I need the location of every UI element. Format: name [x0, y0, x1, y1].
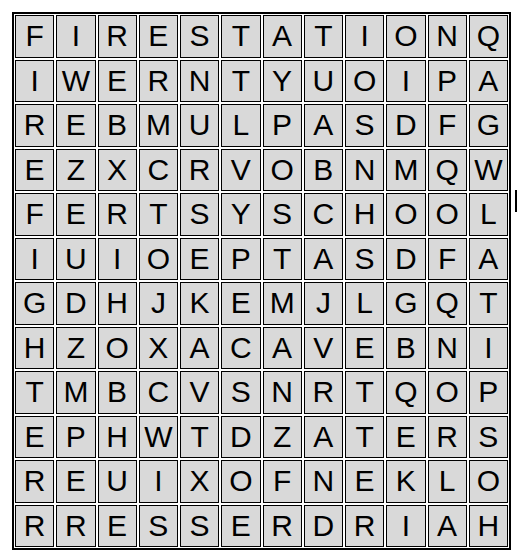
grid-cell-r12-c10[interactable]: I — [386, 505, 425, 548]
grid-cell-r5-c9[interactable]: H — [345, 193, 384, 236]
grid-cell-r1-c1[interactable]: F — [15, 15, 54, 58]
grid-cell-r12-c11[interactable]: A — [428, 505, 467, 548]
grid-cell-r3-c7[interactable]: P — [263, 104, 302, 147]
grid-cell-r2-c8[interactable]: U — [304, 60, 343, 103]
grid-cell-r2-c3[interactable]: E — [98, 60, 137, 103]
grid-cell-r11-c10[interactable]: K — [386, 460, 425, 503]
grid-cell-r8-c11[interactable]: N — [428, 327, 467, 370]
grid-cell-r9-c7[interactable]: N — [263, 371, 302, 414]
grid-cell-r4-c5[interactable]: R — [180, 149, 219, 192]
grid-cell-r9-c3[interactable]: B — [98, 371, 137, 414]
grid-cell-r5-c12[interactable]: L — [469, 193, 508, 236]
grid-cell-r3-c12[interactable]: G — [469, 104, 508, 147]
grid-cell-r7-c4[interactable]: J — [139, 282, 178, 325]
grid-cell-r1-c4[interactable]: E — [139, 15, 178, 58]
grid-cell-r1-c9[interactable]: I — [345, 15, 384, 58]
grid-cell-r11-c12[interactable]: O — [469, 460, 508, 503]
grid-cell-r2-c10[interactable]: I — [386, 60, 425, 103]
grid-cell-r5-c8[interactable]: C — [304, 193, 343, 236]
grid-cell-r11-c8[interactable]: N — [304, 460, 343, 503]
grid-cell-r6-c7[interactable]: T — [263, 238, 302, 281]
grid-cell-r9-c9[interactable]: T — [345, 371, 384, 414]
grid-cell-r1-c6[interactable]: T — [221, 15, 260, 58]
grid-cell-r5-c2[interactable]: E — [56, 193, 95, 236]
grid-cell-r4-c3[interactable]: X — [98, 149, 137, 192]
grid-cell-r7-c2[interactable]: D — [56, 282, 95, 325]
grid-cell-r8-c5[interactable]: A — [180, 327, 219, 370]
grid-cell-r4-c4[interactable]: C — [139, 149, 178, 192]
grid-cell-r10-c11[interactable]: R — [428, 416, 467, 459]
grid-cell-r2-c7[interactable]: Y — [263, 60, 302, 103]
grid-cell-r10-c1[interactable]: E — [15, 416, 54, 459]
grid-cell-r6-c9[interactable]: S — [345, 238, 384, 281]
grid-cell-r4-c10[interactable]: M — [386, 149, 425, 192]
grid-cell-r3-c8[interactable]: A — [304, 104, 343, 147]
grid-cell-r6-c2[interactable]: U — [56, 238, 95, 281]
text-cursor-artifact — [515, 190, 517, 212]
grid-cell-r3-c1[interactable]: R — [15, 104, 54, 147]
grid-cell-r3-c4[interactable]: M — [139, 104, 178, 147]
grid-cell-r12-c1[interactable]: R — [15, 505, 54, 548]
grid-cell-r1-c10[interactable]: O — [386, 15, 425, 58]
grid-cell-r1-c8[interactable]: T — [304, 15, 343, 58]
grid-cell-r11-c6[interactable]: O — [221, 460, 260, 503]
grid-cell-r4-c12[interactable]: W — [469, 149, 508, 192]
grid-cell-r5-c11[interactable]: O — [428, 193, 467, 236]
grid-cell-r3-c5[interactable]: U — [180, 104, 219, 147]
grid-cell-r4-c9[interactable]: N — [345, 149, 384, 192]
grid-cell-r4-c1[interactable]: E — [15, 149, 54, 192]
grid-cell-r12-c8[interactable]: D — [304, 505, 343, 548]
grid-cell-r7-c11[interactable]: Q — [428, 282, 467, 325]
grid-cell-r7-c10[interactable]: G — [386, 282, 425, 325]
grid-cell-r3-c3[interactable]: B — [98, 104, 137, 147]
grid-cell-r2-c11[interactable]: P — [428, 60, 467, 103]
grid-cell-r4-c8[interactable]: B — [304, 149, 343, 192]
grid-cell-r7-c12[interactable]: T — [469, 282, 508, 325]
grid-cell-r9-c6[interactable]: S — [221, 371, 260, 414]
grid-cell-r11-c3[interactable]: U — [98, 460, 137, 503]
grid-cell-r6-c10[interactable]: D — [386, 238, 425, 281]
grid-cell-r9-c5[interactable]: V — [180, 371, 219, 414]
grid-cell-r1-c2[interactable]: I — [56, 15, 95, 58]
grid-cell-r1-c5[interactable]: S — [180, 15, 219, 58]
grid-cell-r11-c2[interactable]: E — [56, 460, 95, 503]
grid-cell-r5-c10[interactable]: O — [386, 193, 425, 236]
grid-cell-r11-c9[interactable]: E — [345, 460, 384, 503]
grid-cell-r10-c10[interactable]: E — [386, 416, 425, 459]
grid-cell-r8-c7[interactable]: A — [263, 327, 302, 370]
grid-cell-r10-c4[interactable]: W — [139, 416, 178, 459]
grid-cell-r4-c11[interactable]: Q — [428, 149, 467, 192]
grid-cell-r10-c2[interactable]: P — [56, 416, 95, 459]
grid-cell-r8-c6[interactable]: C — [221, 327, 260, 370]
grid-cell-r7-c6[interactable]: E — [221, 282, 260, 325]
grid-cell-r9-c10[interactable]: Q — [386, 371, 425, 414]
grid-cell-r2-c12[interactable]: A — [469, 60, 508, 103]
grid-cell-r5-c7[interactable]: S — [263, 193, 302, 236]
grid-cell-r9-c4[interactable]: C — [139, 371, 178, 414]
grid-cell-r6-c8[interactable]: A — [304, 238, 343, 281]
grid-cell-r2-c2[interactable]: W — [56, 60, 95, 103]
grid-cell-r3-c11[interactable]: F — [428, 104, 467, 147]
grid-cell-r4-c7[interactable]: O — [263, 149, 302, 192]
grid-cell-r1-c12[interactable]: Q — [469, 15, 508, 58]
grid-cell-r10-c3[interactable]: H — [98, 416, 137, 459]
grid-cell-r11-c5[interactable]: X — [180, 460, 219, 503]
page: FIRESTATIONQIWERNTYUOIPAREBMULPASDFGEZXC… — [0, 0, 522, 557]
grid-cell-r7-c8[interactable]: J — [304, 282, 343, 325]
grid-cell-r8-c1[interactable]: H — [15, 327, 54, 370]
grid-cell-r8-c8[interactable]: V — [304, 327, 343, 370]
grid-cell-r2-c4[interactable]: R — [139, 60, 178, 103]
grid-cell-r12-c7[interactable]: R — [263, 505, 302, 548]
grid-cell-r12-c12[interactable]: H — [469, 505, 508, 548]
grid-cell-r6-c5[interactable]: E — [180, 238, 219, 281]
grid-cell-r5-c6[interactable]: Y — [221, 193, 260, 236]
grid-cell-r5-c4[interactable]: T — [139, 193, 178, 236]
grid-cell-r9-c2[interactable]: M — [56, 371, 95, 414]
grid-cell-r11-c7[interactable]: F — [263, 460, 302, 503]
grid-cell-r5-c1[interactable]: F — [15, 193, 54, 236]
grid-cell-r12-c9[interactable]: R — [345, 505, 384, 548]
grid-cell-r2-c6[interactable]: T — [221, 60, 260, 103]
grid-cell-r2-c1[interactable]: I — [15, 60, 54, 103]
grid-cell-r10-c8[interactable]: A — [304, 416, 343, 459]
grid-cell-r5-c5[interactable]: S — [180, 193, 219, 236]
grid-cell-r12-c5[interactable]: S — [180, 505, 219, 548]
grid-cell-r9-c1[interactable]: T — [15, 371, 54, 414]
grid-cell-r8-c12[interactable]: I — [469, 327, 508, 370]
grid-cell-r7-c9[interactable]: L — [345, 282, 384, 325]
grid-cell-r3-c6[interactable]: L — [221, 104, 260, 147]
grid-cell-r11-c4[interactable]: I — [139, 460, 178, 503]
grid-cell-r6-c3[interactable]: I — [98, 238, 137, 281]
grid-cell-r8-c9[interactable]: E — [345, 327, 384, 370]
grid-cell-r3-c10[interactable]: D — [386, 104, 425, 147]
grid-cell-r1-c7[interactable]: A — [263, 15, 302, 58]
word-search-grid: FIRESTATIONQIWERNTYUOIPAREBMULPASDFGEZXC… — [12, 12, 511, 550]
grid-cell-r6-c11[interactable]: F — [428, 238, 467, 281]
grid-cell-r6-c6[interactable]: P — [221, 238, 260, 281]
grid-cell-r1-c11[interactable]: N — [428, 15, 467, 58]
grid-cell-r9-c8[interactable]: R — [304, 371, 343, 414]
grid-cell-r1-c3[interactable]: R — [98, 15, 137, 58]
grid-cell-r7-c5[interactable]: K — [180, 282, 219, 325]
grid-cell-r3-c2[interactable]: E — [56, 104, 95, 147]
grid-cell-r10-c5[interactable]: T — [180, 416, 219, 459]
grid-cell-r2-c5[interactable]: N — [180, 60, 219, 103]
grid-cell-r8-c2[interactable]: Z — [56, 327, 95, 370]
grid-cell-r12-c6[interactable]: E — [221, 505, 260, 548]
grid-cell-r8-c4[interactable]: X — [139, 327, 178, 370]
grid-cell-r12-c4[interactable]: S — [139, 505, 178, 548]
grid-cell-r8-c3[interactable]: O — [98, 327, 137, 370]
grid-cell-r10-c6[interactable]: D — [221, 416, 260, 459]
grid-cell-r7-c1[interactable]: G — [15, 282, 54, 325]
grid-cell-r6-c4[interactable]: O — [139, 238, 178, 281]
grid-cell-r2-c9[interactable]: O — [345, 60, 384, 103]
grid-cell-r9-c11[interactable]: O — [428, 371, 467, 414]
grid-cell-r11-c1[interactable]: R — [15, 460, 54, 503]
grid-cell-r3-c9[interactable]: S — [345, 104, 384, 147]
grid-cell-r7-c7[interactable]: M — [263, 282, 302, 325]
grid-cell-r10-c12[interactable]: S — [469, 416, 508, 459]
grid-cell-r6-c12[interactable]: A — [469, 238, 508, 281]
grid-cell-r10-c9[interactable]: T — [345, 416, 384, 459]
grid-cell-r10-c7[interactable]: Z — [263, 416, 302, 459]
grid-cell-r4-c6[interactable]: V — [221, 149, 260, 192]
grid-cell-r9-c12[interactable]: P — [469, 371, 508, 414]
grid-cell-r6-c1[interactable]: I — [15, 238, 54, 281]
grid-cell-r12-c2[interactable]: R — [56, 505, 95, 548]
grid-cell-r11-c11[interactable]: L — [428, 460, 467, 503]
grid-cell-r8-c10[interactable]: B — [386, 327, 425, 370]
grid-cell-r7-c3[interactable]: H — [98, 282, 137, 325]
grid-cell-r12-c3[interactable]: E — [98, 505, 137, 548]
grid-cell-r4-c2[interactable]: Z — [56, 149, 95, 192]
grid-cell-r5-c3[interactable]: R — [98, 193, 137, 236]
